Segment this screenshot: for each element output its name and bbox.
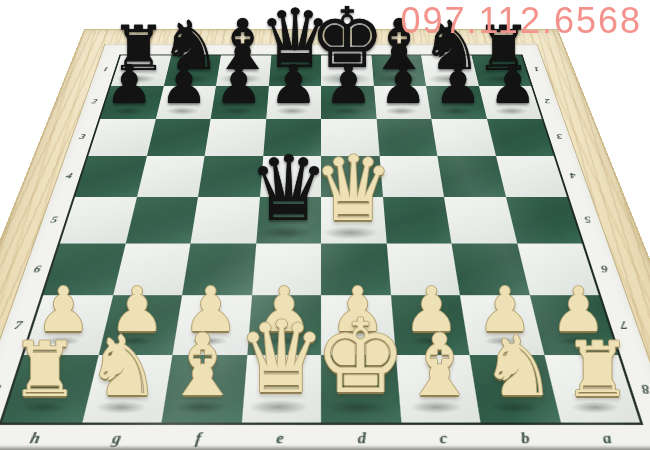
- square-f4: [198, 156, 263, 197]
- square-h2: [100, 86, 163, 119]
- square-h4: [75, 156, 146, 197]
- square-d1: [321, 55, 373, 85]
- square-c5: [383, 197, 452, 243]
- square-g4: [137, 156, 205, 197]
- square-f6: [182, 243, 256, 295]
- square-b3: [431, 119, 495, 156]
- square-c8: [395, 354, 480, 422]
- file-label-d: D: [321, 44, 371, 54]
- square-a4: [496, 156, 567, 197]
- square-e4: [260, 156, 322, 197]
- square-b5: [444, 197, 517, 243]
- phone-number-watermark: 097.112.6568: [400, 0, 642, 42]
- square-c6: [386, 243, 460, 295]
- square-d7: [321, 295, 395, 354]
- square-e6: [252, 243, 321, 295]
- square-h6: [43, 243, 125, 295]
- square-g2: [155, 86, 216, 119]
- file-label-b: B: [420, 44, 472, 54]
- board-front-edge-shadow: [0, 445, 650, 450]
- file-label-e: E: [271, 44, 321, 54]
- square-f7: [173, 295, 252, 354]
- board-scene: HGFEDCBA hgfedcba 12345678 12345678: [0, 0, 650, 450]
- wooden-board-frame: HGFEDCBA hgfedcba 12345678 12345678: [0, 29, 650, 450]
- square-f2: [211, 86, 269, 119]
- square-b4: [437, 156, 505, 197]
- square-g3: [146, 119, 210, 156]
- square-c7: [390, 295, 469, 354]
- square-b1: [421, 55, 478, 85]
- file-label-f: F: [220, 44, 271, 54]
- file-label-a: A: [470, 44, 523, 54]
- square-c1: [371, 55, 426, 85]
- square-d4: [321, 156, 383, 197]
- square-c2: [373, 86, 431, 119]
- square-f3: [205, 119, 266, 156]
- square-f8: [161, 354, 246, 422]
- file-labels-top: HGFEDCBA: [119, 44, 522, 54]
- square-f1: [216, 55, 271, 85]
- square-c3: [376, 119, 437, 156]
- square-d8: [321, 354, 401, 422]
- square-e8: [241, 354, 321, 422]
- square-a1: [471, 55, 531, 85]
- square-h5: [60, 197, 136, 243]
- square-a3: [487, 119, 554, 156]
- file-label-h: H: [119, 44, 172, 54]
- square-c4: [379, 156, 444, 197]
- square-e7: [247, 295, 321, 354]
- file-label-g: G: [170, 44, 222, 54]
- square-d2: [321, 86, 376, 119]
- square-h1: [111, 55, 171, 85]
- square-d6: [321, 243, 390, 295]
- square-a2: [478, 86, 541, 119]
- square-g7: [98, 295, 182, 354]
- file-label-c: C: [371, 44, 422, 54]
- chess-set-product-photo: HGFEDCBA hgfedcba 12345678 12345678 ♜♞♝♛…: [0, 0, 650, 450]
- square-e2: [266, 86, 321, 119]
- square-e5: [256, 197, 321, 243]
- square-g6: [113, 243, 191, 295]
- square-e1: [269, 55, 321, 85]
- square-g1: [164, 55, 221, 85]
- square-e3: [263, 119, 321, 156]
- square-g8: [82, 354, 173, 422]
- square-h3: [88, 119, 155, 156]
- square-d5: [321, 197, 386, 243]
- square-f5: [191, 197, 260, 243]
- square-d3: [321, 119, 379, 156]
- square-b2: [426, 86, 487, 119]
- square-g5: [125, 197, 198, 243]
